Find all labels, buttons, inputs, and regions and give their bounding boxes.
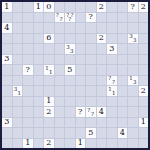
cell-r9c1[interactable] [13, 97, 23, 107]
cell-r10c13[interactable] [139, 107, 149, 117]
cell-r5c10[interactable] [107, 55, 117, 65]
cell-r3c8[interactable] [86, 34, 96, 44]
clue-cell-r0c4: 0 [44, 2, 54, 12]
cell-r13c10[interactable] [107, 139, 117, 149]
cell-r3c6[interactable] [65, 34, 75, 44]
clue-cell-r0c12: ? [128, 2, 138, 12]
cell-r11c11[interactable] [118, 118, 128, 128]
cell-r5c8[interactable] [86, 55, 96, 65]
cell-r11c3[interactable] [34, 118, 44, 128]
clue-value-part: ? [59, 17, 62, 22]
cell-r9c6[interactable] [65, 97, 75, 107]
clue-value: 1 [44, 97, 54, 107]
cell-r2c4[interactable] [44, 23, 54, 33]
cell-r3c7[interactable] [76, 34, 86, 44]
clue-value-part: 1 [112, 91, 116, 96]
cell-r1c7[interactable] [76, 13, 86, 23]
clue-cell-r8c1: 31 [13, 86, 23, 96]
cell-r2c7[interactable] [76, 23, 86, 33]
cell-r6c1[interactable] [13, 65, 23, 75]
clue-value: 3 [2, 118, 12, 128]
cell-r5c2[interactable] [23, 55, 33, 65]
cell-r5c6[interactable] [65, 55, 75, 65]
cell-r9c7[interactable] [76, 97, 86, 107]
clue-value: 2 [97, 34, 107, 44]
cell-r8c0[interactable] [2, 86, 12, 96]
clue-cell-r6c6: 5 [65, 65, 75, 75]
cell-r9c2[interactable] [23, 97, 33, 107]
clue-value: ? [86, 13, 96, 23]
cell-r1c1[interactable] [13, 13, 23, 23]
cell-r13c1[interactable] [13, 139, 23, 149]
cell-r7c5[interactable] [55, 76, 65, 86]
cell-r1c4[interactable] [44, 13, 54, 23]
clue-value: 4 [118, 128, 128, 138]
cell-r10c3[interactable] [34, 107, 44, 117]
cell-r8c12[interactable] [128, 86, 138, 96]
cell-r13c12[interactable] [128, 139, 138, 149]
cell-r8c3[interactable] [34, 86, 44, 96]
cell-r12c6[interactable] [65, 128, 75, 138]
cell-r13c6[interactable] [65, 139, 75, 149]
cell-r2c8[interactable] [86, 23, 96, 33]
clue-cell-r7c10: ?? [107, 76, 117, 86]
cell-r4c0[interactable] [2, 44, 12, 54]
cell-r7c11[interactable] [118, 76, 128, 86]
clue-value-part: ? [91, 112, 94, 117]
cell-r13c8[interactable] [86, 139, 96, 149]
clue-value: 1 [76, 139, 86, 149]
cell-r12c9[interactable] [97, 128, 107, 138]
cell-r11c6[interactable] [65, 118, 75, 128]
cell-r7c0[interactable] [2, 76, 12, 86]
clue-value-part: 1 [17, 91, 21, 96]
clue-value: 4 [2, 23, 12, 33]
cell-r1c9[interactable] [97, 13, 107, 23]
cell-r12c12[interactable] [128, 128, 138, 138]
cell-r8c2[interactable] [23, 86, 33, 96]
clue-cell-r10c7: ? [76, 107, 86, 117]
clue-cell-r12c8: 5 [86, 128, 96, 138]
cell-r9c12[interactable] [128, 97, 138, 107]
clue-cell-r9c4: 1 [44, 97, 54, 107]
cell-r8c5[interactable] [55, 86, 65, 96]
clue-value: ? [128, 2, 138, 12]
cell-r5c12[interactable] [128, 55, 138, 65]
cell-r2c2[interactable] [23, 23, 33, 33]
cell-r4c1[interactable] [13, 44, 23, 54]
cell-r4c3[interactable] [34, 44, 44, 54]
cell-r11c12[interactable] [128, 118, 138, 128]
clue-cell-r0c9: 2 [97, 2, 107, 12]
cell-r6c7[interactable] [76, 65, 86, 75]
cell-r8c8[interactable] [86, 86, 96, 96]
clue-cell-r4c6: 33 [65, 44, 75, 54]
cell-r12c5[interactable] [55, 128, 65, 138]
clue-cell-r6c4: 11 [44, 65, 54, 75]
cell-r8c6[interactable] [65, 86, 75, 96]
clue-cell-r10c8: ?? [86, 107, 96, 117]
cell-r2c9[interactable] [97, 23, 107, 33]
cell-r9c3[interactable] [34, 97, 44, 107]
cell-r10c12[interactable] [128, 107, 138, 117]
cell-r4c7[interactable] [76, 44, 86, 54]
clue-cell-r0c3: 1 [34, 2, 44, 12]
clue-value: 6 [44, 34, 54, 44]
cell-r0c5[interactable] [55, 2, 65, 12]
cell-r10c11[interactable] [118, 107, 128, 117]
cell-r0c7[interactable] [76, 2, 86, 12]
cell-r11c9[interactable] [97, 118, 107, 128]
clue-value: ? [76, 107, 86, 117]
cell-r6c13[interactable] [139, 65, 149, 75]
cell-r10c0[interactable] [2, 107, 12, 117]
cell-r13c3[interactable] [34, 139, 44, 149]
clue-value: 1 [139, 118, 149, 128]
cell-r10c2[interactable] [23, 107, 33, 117]
cell-r13c5[interactable] [55, 139, 65, 149]
cell-r13c13[interactable] [139, 139, 149, 149]
cell-r4c2[interactable] [23, 44, 33, 54]
cell-r11c10[interactable] [107, 118, 117, 128]
cell-r9c0[interactable] [2, 97, 12, 107]
clue-cell-r11c0: 3 [2, 118, 12, 128]
cell-r1c10[interactable] [107, 13, 117, 23]
cell-r10c1[interactable] [13, 107, 23, 117]
clue-cell-r1c8: ? [86, 13, 96, 23]
cell-r8c7[interactable] [76, 86, 86, 96]
cell-r4c8[interactable] [86, 44, 96, 54]
cell-r0c1[interactable] [13, 2, 23, 12]
clue-cell-r13c2: 1 [23, 139, 33, 149]
cell-r6c12[interactable] [128, 65, 138, 75]
cell-r5c1[interactable] [13, 55, 23, 65]
cell-r5c7[interactable] [76, 55, 86, 65]
cell-r0c8[interactable] [86, 2, 96, 12]
cell-r9c11[interactable] [118, 97, 128, 107]
clue-cell-r7c12: 13 [128, 76, 138, 86]
cell-r11c4[interactable] [44, 118, 54, 128]
cell-r2c3[interactable] [34, 23, 44, 33]
clue-cell-r6c2: ? [23, 65, 33, 75]
cell-r5c5[interactable] [55, 55, 65, 65]
clue-value: 3 [107, 44, 117, 54]
clue-cell-r10c4: 2 [44, 107, 54, 117]
clue-cell-r12c11: 4 [118, 128, 128, 138]
clue-value-part: ? [87, 108, 90, 114]
cell-r5c9[interactable] [97, 55, 107, 65]
clue-value-part: ? [112, 80, 115, 85]
cell-r9c8[interactable] [86, 97, 96, 107]
cell-r0c10[interactable] [107, 2, 117, 12]
cell-r1c2[interactable] [23, 13, 33, 23]
cell-r5c11[interactable] [118, 55, 128, 65]
cell-r13c0[interactable] [2, 139, 12, 149]
cell-r6c9[interactable] [97, 65, 107, 75]
cell-r12c0[interactable] [2, 128, 12, 138]
cell-r6c10[interactable] [107, 65, 117, 75]
cell-r7c7[interactable] [76, 76, 86, 86]
cell-r5c13[interactable] [139, 55, 149, 65]
cell-r7c3[interactable] [34, 76, 44, 86]
clue-cell-r0c13: 2 [139, 2, 149, 12]
cell-r2c1[interactable] [13, 23, 23, 33]
cell-r6c3[interactable] [34, 65, 44, 75]
cell-r11c2[interactable] [23, 118, 33, 128]
cell-r10c5[interactable] [55, 107, 65, 117]
cell-r1c11[interactable] [118, 13, 128, 23]
clue-value: 1 [34, 2, 44, 12]
clue-value: 2 [97, 2, 107, 12]
cell-r3c10[interactable] [107, 34, 117, 44]
cell-r6c5[interactable] [55, 65, 65, 75]
cell-r4c11[interactable] [118, 44, 128, 54]
cell-r3c2[interactable] [23, 34, 33, 44]
clue-value-part: 3 [133, 80, 137, 85]
cell-r11c7[interactable] [76, 118, 86, 128]
cell-r4c12[interactable] [128, 44, 138, 54]
clue-value-part: 3 [133, 38, 137, 43]
clue-cell-r1c5: ?? [55, 13, 65, 23]
clue-value: 1 [2, 2, 12, 12]
cell-r4c13[interactable] [139, 44, 149, 54]
cell-r2c13[interactable] [139, 23, 149, 33]
cell-r11c1[interactable] [13, 118, 23, 128]
cell-r12c10[interactable] [107, 128, 117, 138]
cell-r7c6[interactable] [65, 76, 75, 86]
cell-r0c6[interactable] [65, 2, 75, 12]
cell-r0c11[interactable] [118, 2, 128, 12]
clue-cell-r0c0: 1 [2, 2, 12, 12]
cell-r5c3[interactable] [34, 55, 44, 65]
cell-r3c5[interactable] [55, 34, 65, 44]
cell-r2c11[interactable] [118, 23, 128, 33]
clue-value: 1 [23, 139, 33, 149]
cell-r9c9[interactable] [97, 97, 107, 107]
cell-r4c5[interactable] [55, 44, 65, 54]
cell-r12c7[interactable] [76, 128, 86, 138]
clue-cell-r8c13: 2 [139, 86, 149, 96]
clue-value-part: ? [68, 17, 71, 22]
cell-r2c5[interactable] [55, 23, 65, 33]
cell-r12c1[interactable] [13, 128, 23, 138]
clue-value: 5 [86, 128, 96, 138]
clue-cell-r11c13: 1 [139, 118, 149, 128]
cell-r7c9[interactable] [97, 76, 107, 86]
puzzle-stage: 1102?2??????462333333?115??133111212???4… [0, 0, 150, 150]
clue-cell-r13c7: 1 [76, 139, 86, 149]
clue-value: 3 [2, 55, 12, 65]
clue-cell-r3c12: 33 [128, 34, 138, 44]
cell-r10c6[interactable] [65, 107, 75, 117]
clue-cell-r2c0: 4 [2, 23, 12, 33]
cell-r6c0[interactable] [2, 65, 12, 75]
cell-r3c0[interactable] [2, 34, 12, 44]
clue-value: 0 [44, 2, 54, 12]
cell-r4c4[interactable] [44, 44, 54, 54]
clue-cell-r3c4: 6 [44, 34, 54, 44]
clue-value: 2 [139, 2, 149, 12]
clue-cell-r4c10: 3 [107, 44, 117, 54]
cell-r6c11[interactable] [118, 65, 128, 75]
clue-cell-r3c9: 2 [97, 34, 107, 44]
cell-r9c10[interactable] [107, 97, 117, 107]
cell-r3c3[interactable] [34, 34, 44, 44]
cell-r7c4[interactable] [44, 76, 54, 86]
cell-r13c9[interactable] [97, 139, 107, 149]
cell-r1c12[interactable] [128, 13, 138, 23]
cell-r5c4[interactable] [44, 55, 54, 65]
cell-r3c1[interactable] [13, 34, 23, 44]
cell-r6c8[interactable] [86, 65, 96, 75]
cell-r3c11[interactable] [118, 34, 128, 44]
cell-r9c5[interactable] [55, 97, 65, 107]
cell-r3c13[interactable] [139, 34, 149, 44]
cell-r9c13[interactable] [139, 97, 149, 107]
cell-r2c12[interactable] [128, 23, 138, 33]
cell-r10c10[interactable] [107, 107, 117, 117]
clue-value: 2 [139, 86, 149, 96]
cell-r8c11[interactable] [118, 86, 128, 96]
cell-r7c1[interactable] [13, 76, 23, 86]
cell-r2c6[interactable] [65, 23, 75, 33]
clue-value: 2 [44, 139, 54, 149]
cell-r8c4[interactable] [44, 86, 54, 96]
clue-cell-r13c4: 2 [44, 139, 54, 149]
clue-cell-r1c6: ??? [65, 13, 75, 23]
cell-r1c0[interactable] [2, 13, 12, 23]
cell-r7c2[interactable] [23, 76, 33, 86]
clue-value-part: ? [108, 76, 111, 82]
clue-cell-r5c0: 3 [2, 55, 12, 65]
cell-r7c8[interactable] [86, 76, 96, 86]
cell-r8c9[interactable] [97, 86, 107, 96]
cell-r0c2[interactable] [23, 2, 33, 12]
clue-value-part: ? [56, 13, 59, 19]
tapa-board: 1102?2??????462333333?115??133111212???4… [0, 0, 150, 150]
clue-value: 5 [65, 65, 75, 75]
cell-r4c9[interactable] [97, 44, 107, 54]
clue-cell-r10c9: 4 [97, 107, 107, 117]
cell-r11c8[interactable] [86, 118, 96, 128]
cell-r1c3[interactable] [34, 13, 44, 23]
cell-r12c13[interactable] [139, 128, 149, 138]
cell-r13c11[interactable] [118, 139, 128, 149]
clue-cell-r8c10: 11 [107, 86, 117, 96]
cell-r12c3[interactable] [34, 128, 44, 138]
cell-r12c2[interactable] [23, 128, 33, 138]
cell-r11c5[interactable] [55, 118, 65, 128]
clue-value: 4 [97, 107, 107, 117]
cell-r2c10[interactable] [107, 23, 117, 33]
clue-value: ? [23, 65, 33, 75]
cell-r1c13[interactable] [139, 13, 149, 23]
clue-value-part: 3 [70, 49, 74, 54]
clue-value: 2 [44, 107, 54, 117]
cell-r7c13[interactable] [139, 76, 149, 86]
cell-r12c4[interactable] [44, 128, 54, 138]
clue-value-part: 1 [49, 70, 53, 75]
